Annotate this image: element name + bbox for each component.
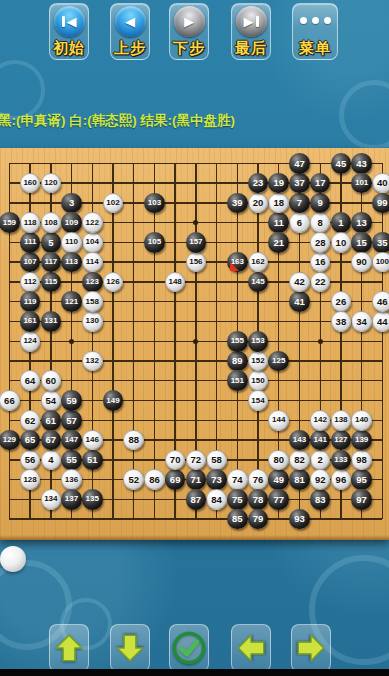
button-label: 最后 <box>235 39 267 57</box>
stone-11-black: 11 <box>268 212 289 233</box>
stone-115-black: 115 <box>41 272 62 293</box>
stone-120-white: 120 <box>41 173 62 194</box>
stone-43-black: 43 <box>351 153 372 174</box>
stone-97-black: 97 <box>351 489 372 510</box>
stone-111-black: 111 <box>20 232 41 253</box>
arrow-down-icon <box>113 631 147 665</box>
stone-156-white: 156 <box>186 252 207 273</box>
stone-3-black: 3 <box>61 193 82 214</box>
stone-86-white: 86 <box>144 469 165 490</box>
go-board[interactable]: 1234567891011131516171819202122232628343… <box>0 148 389 540</box>
stone-59-black: 59 <box>61 390 82 411</box>
stone-147-black: 147 <box>61 430 82 451</box>
stone-112-white: 112 <box>20 272 41 293</box>
stone-109-black: 109 <box>61 212 82 233</box>
stone-98-white: 98 <box>351 450 372 471</box>
stone-92-white: 92 <box>310 469 331 490</box>
stone-39-black: 39 <box>227 193 248 214</box>
stone-103-black: 103 <box>144 193 165 214</box>
stone-84-white: 84 <box>206 489 227 510</box>
stone-137-black: 137 <box>61 489 82 510</box>
stone-159-black: 159 <box>0 212 20 233</box>
stone-102-white: 102 <box>103 193 124 214</box>
stone-42-white: 42 <box>289 272 310 293</box>
board-bottom-edge <box>0 535 389 540</box>
stone-127-black: 127 <box>331 430 352 451</box>
grid-line <box>9 518 382 519</box>
stone-123-black: 123 <box>82 272 103 293</box>
stone-74-white: 74 <box>227 469 248 490</box>
menu-dots-icon <box>300 17 331 24</box>
system-nav-strip <box>0 669 389 676</box>
stone-99-black: 99 <box>372 193 389 214</box>
stone-90-white: 90 <box>351 252 372 273</box>
button-label: 上步 <box>114 39 146 57</box>
stone-38-white: 38 <box>331 311 352 332</box>
stone-21-black: 21 <box>268 232 289 253</box>
stone-110-white: 110 <box>61 232 82 253</box>
stone-19-black: 19 <box>268 173 289 194</box>
stone-17-black: 17 <box>310 173 331 194</box>
stone-132-white: 132 <box>82 351 103 372</box>
stone-75-black: 75 <box>227 489 248 510</box>
stone-161-black: 161 <box>20 311 41 332</box>
stone-61-black: 61 <box>41 410 62 431</box>
stone-107-black: 107 <box>20 252 41 273</box>
stone-76-white: 76 <box>248 469 269 490</box>
stone-65-black: 65 <box>20 430 41 451</box>
stone-23-black: 23 <box>248 173 269 194</box>
stone-56-white: 56 <box>20 450 41 471</box>
stone-141-black: 141 <box>310 430 331 451</box>
stone-126-white: 126 <box>103 272 124 293</box>
stone-142-white: 142 <box>310 410 331 431</box>
stone-18-white: 18 <box>268 193 289 214</box>
skip-end-icon: ▶ <box>236 6 267 37</box>
bottom-toolbar <box>0 624 389 672</box>
stone-64-white: 64 <box>20 370 41 391</box>
stone-157-black: 157 <box>186 232 207 253</box>
stone-151-black: 151 <box>227 370 248 391</box>
stone-26-white: 26 <box>331 291 352 312</box>
background-swirl-ornament <box>0 60 45 120</box>
stone-73-black: 73 <box>206 469 227 490</box>
stone-125-black: 125 <box>268 351 289 372</box>
stone-4-white: 4 <box>41 450 62 471</box>
top-toolbar: ◀初始◀上步▶下步▶最后菜单 <box>0 3 389 63</box>
stone-153-black: 153 <box>248 331 269 352</box>
stone-80-white: 80 <box>268 450 289 471</box>
stone-6-white: 6 <box>289 212 310 233</box>
star-point <box>69 339 74 344</box>
button-label: 菜单 <box>299 39 331 57</box>
stone-145-black: 145 <box>248 272 269 293</box>
star-point <box>318 339 323 344</box>
stone-155-black: 155 <box>227 331 248 352</box>
stone-10-white: 10 <box>331 232 352 253</box>
stone-121-black: 121 <box>61 291 82 312</box>
stone-82-white: 82 <box>289 450 310 471</box>
button-label: 初始 <box>53 39 85 57</box>
stone-20-white: 20 <box>248 193 269 214</box>
stone-16-white: 16 <box>310 252 331 273</box>
stone-67-black: 67 <box>41 430 62 451</box>
arrow-left-button[interactable] <box>231 624 271 672</box>
stone-70-white: 70 <box>165 450 186 471</box>
stone-60-white: 60 <box>41 370 62 391</box>
arrow-left-icon <box>234 631 268 665</box>
stone-8-white: 8 <box>310 212 331 233</box>
stone-130-white: 130 <box>82 311 103 332</box>
stone-105-black: 105 <box>144 232 165 253</box>
stone-162-white: 162 <box>248 252 269 273</box>
stone-49-black: 49 <box>268 469 289 490</box>
stone-78-black: 78 <box>248 489 269 510</box>
step-forward-button[interactable]: ▶下步 <box>169 3 209 60</box>
stone-118-white: 118 <box>20 212 41 233</box>
stone-122-white: 122 <box>82 212 103 233</box>
stone-72-white: 72 <box>186 450 207 471</box>
go-end-button[interactable]: ▶最后 <box>231 3 271 60</box>
stone-52-white: 52 <box>123 469 144 490</box>
stone-45-black: 45 <box>331 153 352 174</box>
stone-51-black: 51 <box>82 450 103 471</box>
stone-9-black: 9 <box>310 193 331 214</box>
confirm-button[interactable] <box>169 624 209 672</box>
menu-button[interactable]: 菜单 <box>292 3 338 60</box>
star-point <box>193 220 198 225</box>
go-app-screen: ◀初始◀上步▶下步▶最后菜单 黑:(申真谞) 白:(韩态熙) 结果:(黑中盘胜)… <box>0 0 389 676</box>
stone-81-black: 81 <box>289 469 310 490</box>
grid-line <box>9 380 382 381</box>
stone-117-black: 117 <box>41 252 62 273</box>
step-forward-icon: ▶ <box>174 6 205 37</box>
star-point <box>193 339 198 344</box>
stone-144-white: 144 <box>268 410 289 431</box>
stone-139-black: 139 <box>351 430 372 451</box>
stone-93-black: 93 <box>289 509 310 530</box>
last-move-marker-icon <box>230 262 239 271</box>
stone-5-black: 5 <box>41 232 62 253</box>
stone-58-white: 58 <box>206 450 227 471</box>
stone-66-white: 66 <box>0 390 20 411</box>
stone-54-white: 54 <box>41 390 62 411</box>
stone-46-white: 46 <box>372 291 389 312</box>
stone-40-white: 40 <box>372 173 389 194</box>
stone-138-white: 138 <box>331 410 352 431</box>
stone-55-black: 55 <box>61 450 82 471</box>
stone-47-black: 47 <box>289 153 310 174</box>
stone-114-white: 114 <box>82 252 103 273</box>
stone-41-black: 41 <box>289 291 310 312</box>
button-label: 下步 <box>173 39 205 57</box>
stone-129-black: 129 <box>0 430 20 451</box>
stone-77-black: 77 <box>268 489 289 510</box>
grid-line <box>382 163 383 519</box>
stone-71-black: 71 <box>186 469 207 490</box>
stone-88-white: 88 <box>123 430 144 451</box>
stone-7-black: 7 <box>289 193 310 214</box>
stone-133-black: 133 <box>331 450 352 471</box>
white-stone-decoration <box>0 546 26 572</box>
stone-146-white: 146 <box>82 430 103 451</box>
stone-2-white: 2 <box>310 450 331 471</box>
stone-83-black: 83 <box>310 489 331 510</box>
skip-start-icon: ◀ <box>54 6 85 37</box>
grid-line <box>9 360 382 361</box>
stone-158-white: 158 <box>82 291 103 312</box>
stone-44-white: 44 <box>372 311 389 332</box>
stone-152-white: 152 <box>248 351 269 372</box>
stone-150-white: 150 <box>248 370 269 391</box>
stone-163-black: 163 <box>227 252 248 273</box>
stone-34-white: 34 <box>351 311 372 332</box>
stone-96-white: 96 <box>331 469 352 490</box>
go-start-button[interactable]: ◀初始 <box>49 3 89 60</box>
stone-135-black: 135 <box>82 489 103 510</box>
check-circle-icon <box>170 629 208 667</box>
arrow-right-button[interactable] <box>291 624 331 672</box>
stone-79-black: 79 <box>248 509 269 530</box>
stone-69-black: 69 <box>165 469 186 490</box>
stone-37-black: 37 <box>289 173 310 194</box>
game-info-line: 黑:(申真谞) 白:(韩态熙) 结果:(黑中盘胜) <box>0 112 389 130</box>
stone-140-white: 140 <box>351 410 372 431</box>
stone-95-black: 95 <box>351 469 372 490</box>
stone-35-black: 35 <box>372 232 389 253</box>
stone-89-black: 89 <box>227 351 248 372</box>
stone-143-black: 143 <box>289 430 310 451</box>
stone-101-black: 101 <box>351 173 372 194</box>
arrow-down-button[interactable] <box>110 624 150 672</box>
stone-22-white: 22 <box>310 272 331 293</box>
stone-134-white: 134 <box>41 489 62 510</box>
stone-62-white: 62 <box>20 410 41 431</box>
arrow-right-icon <box>294 631 328 665</box>
step-back-button[interactable]: ◀上步 <box>110 3 150 60</box>
stone-104-white: 104 <box>82 232 103 253</box>
stone-57-black: 57 <box>61 410 82 431</box>
stone-87-black: 87 <box>186 489 207 510</box>
stone-28-white: 28 <box>310 232 331 253</box>
stone-136-white: 136 <box>61 469 82 490</box>
stone-119-black: 119 <box>20 291 41 312</box>
stone-85-black: 85 <box>227 509 248 530</box>
stone-13-black: 13 <box>351 212 372 233</box>
stone-100-white: 100 <box>372 252 389 273</box>
stone-154-white: 154 <box>248 390 269 411</box>
arrow-up-icon <box>52 631 86 665</box>
arrow-up-button[interactable] <box>49 624 89 672</box>
stone-113-black: 113 <box>61 252 82 273</box>
stone-124-white: 124 <box>20 331 41 352</box>
stone-128-white: 128 <box>20 469 41 490</box>
stone-1-black: 1 <box>331 212 352 233</box>
stone-15-black: 15 <box>351 232 372 253</box>
stone-149-black: 149 <box>103 390 124 411</box>
stone-131-black: 131 <box>41 311 62 332</box>
stone-160-white: 160 <box>20 173 41 194</box>
stone-148-white: 148 <box>165 272 186 293</box>
stone-108-white: 108 <box>41 212 62 233</box>
step-back-icon: ◀ <box>115 6 146 37</box>
